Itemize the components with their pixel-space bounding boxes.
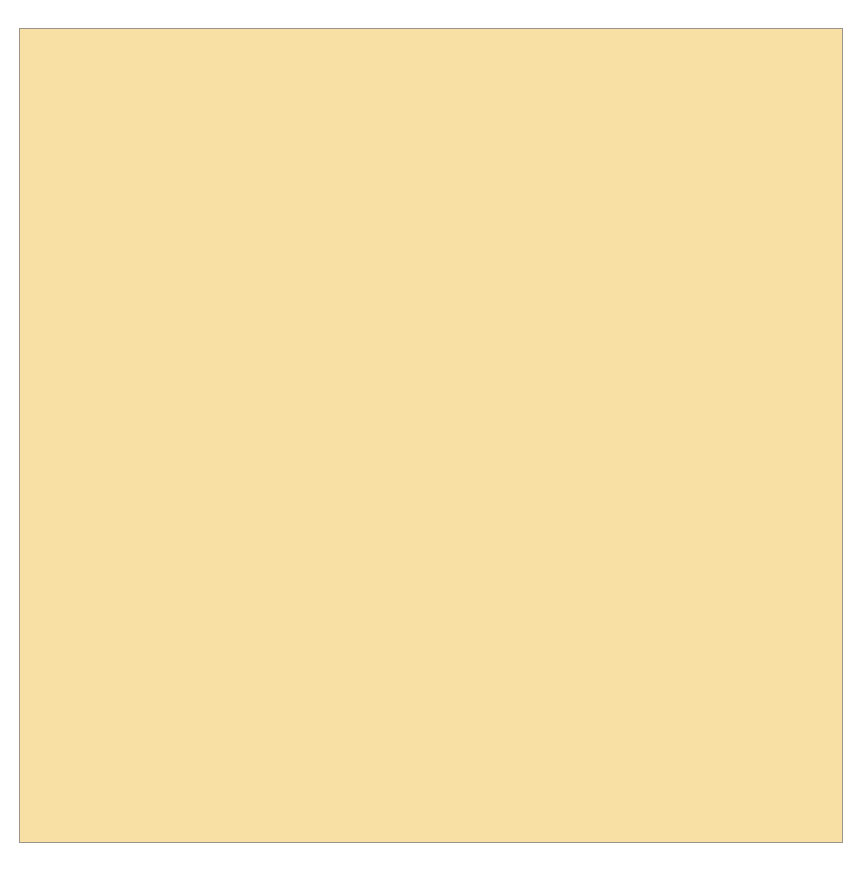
arrows-overlay <box>20 29 844 844</box>
chess-board <box>19 28 843 843</box>
